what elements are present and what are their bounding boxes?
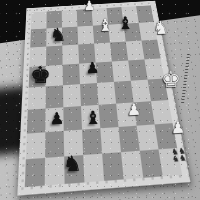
piece-white-knight-h7[interactable]: ♞ bbox=[152, 19, 171, 38]
piece-white-pawn-c8[interactable]: ♟ bbox=[82, 0, 95, 12]
photo-canvas: ♟♝♝♞♞♟♚♚♟♟♝♟♞ ♞♞ ♞♞ bbox=[0, 0, 200, 200]
pieces-layer: ♟♝♝♞♞♟♚♚♟♟♝♟♞ bbox=[0, 0, 200, 200]
piece-black-knight-c1[interactable]: ♞ bbox=[61, 154, 83, 176]
piece-black-bishop-f8[interactable]: ♝ bbox=[116, 15, 134, 33]
piece-black-king-a4[interactable]: ♚ bbox=[28, 64, 52, 88]
piece-white-pawn-h2[interactable]: ♟ bbox=[170, 120, 187, 137]
piece-white-king-h4[interactable]: ♚ bbox=[160, 69, 183, 92]
piece-white-bishop-d7[interactable]: ♝ bbox=[96, 17, 114, 35]
piece-black-knight-a6[interactable]: ♞ bbox=[49, 26, 68, 45]
board-logo-knights-icon: ♞♞ ♞♞ bbox=[167, 148, 190, 164]
piece-white-pawn-f3[interactable]: ♟ bbox=[126, 102, 143, 119]
piece-black-pawn-b3[interactable]: ♟ bbox=[49, 111, 66, 128]
piece-black-bishop-d3[interactable]: ♝ bbox=[84, 109, 103, 128]
piece-black-pawn-d5[interactable]: ♟ bbox=[84, 61, 100, 77]
